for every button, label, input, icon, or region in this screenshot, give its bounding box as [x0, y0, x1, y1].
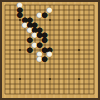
grid-line-vertical	[69, 5, 70, 94]
grid-line-horizontal	[5, 89, 94, 90]
grid-line-vertical	[84, 5, 85, 94]
hoshi-point	[49, 19, 51, 21]
hoshi-point	[78, 78, 80, 80]
grid-line-horizontal	[5, 74, 94, 75]
grid-line-horizontal	[5, 84, 94, 85]
grid-line-horizontal	[5, 69, 94, 70]
grid-line-horizontal	[5, 59, 94, 60]
grid-line-vertical	[59, 5, 60, 94]
grid-line-vertical	[74, 5, 75, 94]
grid-line-vertical	[54, 5, 55, 94]
go-grid[interactable]: ●●●●●●●●●●●●●●●●●●●●●●●●●●●●	[5, 5, 94, 94]
black-stone[interactable]: ●	[27, 47, 32, 52]
grid-line-vertical	[94, 5, 95, 94]
hoshi-point	[78, 49, 80, 51]
hoshi-point	[19, 49, 21, 51]
hoshi-point	[78, 19, 80, 21]
grid-line-vertical	[64, 5, 65, 94]
hoshi-point	[19, 78, 21, 80]
go-board[interactable]: ●●●●●●●●●●●●●●●●●●●●●●●●●●●●	[0, 0, 100, 100]
black-stone[interactable]: ●	[42, 57, 47, 62]
hoshi-point	[49, 78, 51, 80]
grid-line-horizontal	[5, 64, 94, 65]
grid-line-horizontal	[5, 94, 94, 95]
black-stone[interactable]: ●	[42, 12, 47, 17]
grid-line-vertical	[89, 5, 90, 94]
